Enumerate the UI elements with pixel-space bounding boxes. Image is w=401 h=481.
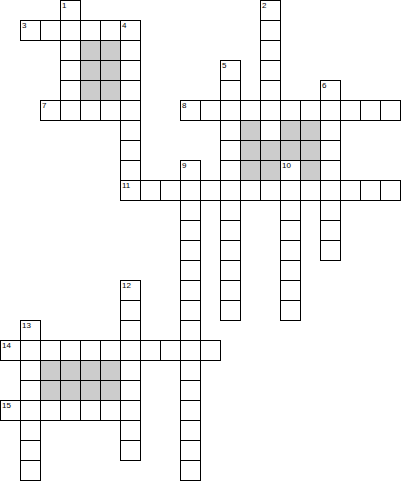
answer-cell[interactable] [220, 200, 241, 221]
answer-cell[interactable] [20, 400, 41, 421]
clue-number: 4 [122, 21, 126, 30]
clue-number: 5 [222, 61, 226, 70]
shaded-cell [240, 120, 261, 141]
answer-cell[interactable] [120, 360, 141, 381]
answer-cell[interactable]: 13 [20, 320, 41, 341]
answer-cell[interactable] [380, 100, 401, 121]
shaded-cell [300, 160, 321, 181]
answer-cell[interactable] [120, 440, 141, 461]
answer-cell[interactable] [320, 220, 341, 241]
clue-number: 15 [2, 401, 11, 410]
answer-cell[interactable] [20, 440, 41, 461]
answer-cell[interactable] [220, 160, 241, 181]
answer-cell[interactable] [200, 100, 221, 121]
answer-cell[interactable] [220, 220, 241, 241]
answer-cell[interactable] [260, 20, 281, 41]
answer-cell[interactable] [20, 460, 41, 481]
answer-cell[interactable]: 3 [20, 20, 41, 41]
clue-number: 11 [122, 181, 130, 190]
answer-cell[interactable] [320, 160, 341, 181]
shaded-cell [260, 140, 281, 161]
clue-number: 1 [62, 1, 66, 10]
answer-cell[interactable] [320, 120, 341, 141]
answer-cell[interactable] [80, 340, 101, 361]
shaded-cell [240, 140, 261, 161]
answer-cell[interactable] [380, 180, 401, 201]
answer-cell[interactable] [260, 80, 281, 101]
answer-cell[interactable] [260, 100, 281, 121]
answer-cell[interactable] [120, 320, 141, 341]
answer-cell[interactable] [360, 100, 381, 121]
clue-number: 10 [282, 161, 291, 170]
answer-cell[interactable] [100, 100, 121, 121]
shaded-cell [240, 160, 261, 181]
answer-cell[interactable] [20, 380, 41, 401]
answer-cell[interactable] [60, 100, 81, 121]
answer-cell[interactable] [320, 100, 341, 121]
answer-cell[interactable] [120, 120, 141, 141]
answer-cell[interactable] [120, 380, 141, 401]
clue-number: 2 [262, 1, 266, 10]
answer-cell[interactable] [220, 260, 241, 281]
answer-cell[interactable] [240, 180, 261, 201]
answer-cell[interactable] [220, 280, 241, 301]
answer-cell[interactable] [20, 420, 41, 441]
clue-number: 14 [2, 341, 11, 350]
answer-cell[interactable] [220, 140, 241, 161]
answer-cell[interactable] [220, 100, 241, 121]
answer-cell[interactable] [220, 300, 241, 321]
answer-cell[interactable] [140, 180, 161, 201]
shaded-cell [100, 380, 121, 401]
answer-cell[interactable] [40, 340, 61, 361]
answer-cell[interactable] [320, 140, 341, 161]
answer-cell[interactable]: 15 [0, 400, 21, 421]
shaded-cell [300, 140, 321, 161]
answer-cell[interactable] [180, 180, 201, 201]
answer-cell[interactable] [120, 80, 141, 101]
shaded-cell [100, 80, 121, 101]
answer-cell[interactable] [100, 400, 121, 421]
shaded-cell [60, 360, 81, 381]
answer-cell[interactable] [180, 200, 201, 221]
answer-cell[interactable] [280, 100, 301, 121]
answer-cell[interactable] [280, 260, 301, 281]
crossword-board: 123456789101112131415 [0, 0, 401, 481]
answer-cell[interactable] [280, 240, 301, 261]
answer-cell[interactable] [120, 60, 141, 81]
answer-cell[interactable] [200, 340, 221, 361]
answer-cell[interactable] [220, 240, 241, 261]
clue-number: 3 [22, 21, 26, 30]
clue-number: 6 [322, 81, 326, 90]
answer-cell[interactable] [60, 400, 81, 421]
answer-cell[interactable] [180, 460, 201, 481]
answer-cell[interactable]: 1 [60, 0, 81, 21]
shaded-cell [280, 140, 301, 161]
clue-number: 7 [42, 101, 46, 110]
answer-cell[interactable] [300, 100, 321, 121]
answer-cell[interactable] [240, 100, 261, 121]
answer-cell[interactable]: 12 [120, 280, 141, 301]
answer-cell[interactable] [60, 340, 81, 361]
answer-cell[interactable] [340, 100, 361, 121]
answer-cell[interactable] [180, 340, 201, 361]
answer-cell[interactable] [160, 180, 181, 201]
answer-cell[interactable] [320, 200, 341, 221]
answer-cell[interactable] [180, 320, 201, 341]
answer-cell[interactable] [20, 360, 41, 381]
answer-cell[interactable] [120, 100, 141, 121]
shaded-cell [80, 60, 101, 81]
answer-cell[interactable] [120, 340, 141, 361]
answer-cell[interactable] [260, 40, 281, 61]
answer-cell[interactable] [280, 200, 301, 221]
answer-cell[interactable] [180, 420, 201, 441]
answer-cell[interactable] [280, 280, 301, 301]
shaded-cell [260, 160, 281, 181]
answer-cell[interactable] [280, 300, 301, 321]
answer-cell[interactable] [180, 220, 201, 241]
answer-cell[interactable] [180, 260, 201, 281]
answer-cell[interactable] [60, 80, 81, 101]
answer-cell[interactable] [340, 180, 361, 201]
answer-cell[interactable] [320, 240, 341, 261]
answer-cell[interactable] [60, 60, 81, 81]
answer-cell[interactable]: 9 [180, 160, 201, 181]
answer-cell[interactable] [60, 40, 81, 61]
shaded-cell [80, 380, 101, 401]
answer-cell[interactable] [260, 60, 281, 81]
answer-cell[interactable] [200, 180, 221, 201]
shaded-cell [80, 360, 101, 381]
answer-cell[interactable] [160, 340, 181, 361]
answer-cell[interactable] [120, 400, 141, 421]
answer-cell[interactable] [220, 120, 241, 141]
shaded-cell [280, 120, 301, 141]
clue-number: 12 [122, 281, 131, 290]
answer-cell[interactable] [180, 300, 201, 321]
answer-cell[interactable] [120, 300, 141, 321]
answer-cell[interactable]: 5 [220, 60, 241, 81]
answer-cell[interactable] [280, 220, 301, 241]
answer-cell[interactable] [20, 340, 41, 361]
shaded-cell [40, 360, 61, 381]
clue-number: 8 [182, 101, 186, 110]
shaded-cell [100, 40, 121, 61]
answer-cell[interactable] [100, 340, 121, 361]
shaded-cell [100, 60, 121, 81]
answer-cell[interactable] [80, 400, 101, 421]
answer-cell[interactable] [180, 400, 201, 421]
answer-cell[interactable] [220, 80, 241, 101]
answer-cell[interactable] [280, 180, 301, 201]
shaded-cell [100, 360, 121, 381]
answer-cell[interactable] [180, 280, 201, 301]
answer-cell[interactable] [120, 420, 141, 441]
answer-cell[interactable]: 10 [280, 160, 301, 181]
answer-cell[interactable] [300, 180, 321, 201]
shaded-cell [60, 380, 81, 401]
answer-cell[interactable] [180, 360, 201, 381]
answer-cell[interactable] [40, 400, 61, 421]
answer-cell[interactable] [60, 20, 81, 41]
answer-cell[interactable]: 6 [320, 80, 341, 101]
answer-cell[interactable] [120, 140, 141, 161]
answer-cell[interactable] [320, 180, 341, 201]
answer-cell[interactable] [40, 20, 61, 41]
answer-cell[interactable]: 8 [180, 100, 201, 121]
shaded-cell [80, 40, 101, 61]
answer-cell[interactable] [120, 160, 141, 181]
answer-cell[interactable] [220, 180, 241, 201]
answer-cell[interactable]: 11 [120, 180, 141, 201]
answer-cell[interactable] [180, 440, 201, 461]
answer-cell[interactable] [260, 120, 281, 141]
answer-cell[interactable] [180, 380, 201, 401]
answer-cell[interactable] [180, 240, 201, 261]
clue-number: 13 [22, 321, 31, 330]
answer-cell[interactable] [80, 100, 101, 121]
answer-cell[interactable] [360, 180, 381, 201]
answer-cell[interactable] [260, 180, 281, 201]
answer-cell[interactable]: 4 [120, 20, 141, 41]
shaded-cell [300, 120, 321, 141]
answer-cell[interactable] [120, 40, 141, 61]
answer-cell[interactable]: 2 [260, 0, 281, 21]
answer-cell[interactable] [100, 20, 121, 41]
answer-cell[interactable] [80, 20, 101, 41]
answer-cell[interactable]: 14 [0, 340, 21, 361]
shaded-cell [40, 380, 61, 401]
answer-cell[interactable]: 7 [40, 100, 61, 121]
shaded-cell [80, 80, 101, 101]
answer-cell[interactable] [140, 340, 161, 361]
clue-number: 9 [182, 161, 186, 170]
